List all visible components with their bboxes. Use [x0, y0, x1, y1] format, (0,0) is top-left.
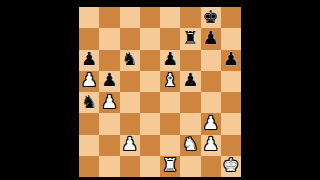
square-h4[interactable] — [221, 92, 241, 113]
square-c4[interactable] — [120, 92, 140, 113]
square-f7[interactable]: ♜ — [180, 28, 200, 49]
chess-board: ♚♜♟♟♞♟♟♟♟♝♟♞♟♟♟♞♟♜♚ — [79, 7, 241, 177]
square-e8[interactable] — [160, 7, 180, 28]
black-pawn-piece: ♟ — [162, 50, 178, 68]
square-b7[interactable] — [99, 28, 119, 49]
square-a7[interactable] — [79, 28, 99, 49]
white-pawn-piece: ♟ — [81, 71, 97, 89]
square-d2[interactable] — [140, 135, 160, 156]
square-h6[interactable]: ♟ — [221, 50, 241, 71]
square-f8[interactable] — [180, 7, 200, 28]
square-d8[interactable] — [140, 7, 160, 28]
white-pawn-piece: ♟ — [122, 135, 138, 153]
square-g1[interactable] — [201, 156, 221, 177]
square-e1[interactable]: ♜ — [160, 156, 180, 177]
square-g8[interactable]: ♚ — [201, 7, 221, 28]
square-h7[interactable] — [221, 28, 241, 49]
square-g3[interactable]: ♟ — [201, 113, 221, 134]
letterbox-left-bar — [0, 0, 79, 180]
square-e2[interactable] — [160, 135, 180, 156]
square-b6[interactable] — [99, 50, 119, 71]
square-f1[interactable] — [180, 156, 200, 177]
square-f6[interactable] — [180, 50, 200, 71]
square-c8[interactable] — [120, 7, 140, 28]
letterbox-right-bar — [241, 0, 320, 180]
square-d1[interactable] — [140, 156, 160, 177]
square-a5[interactable]: ♟ — [79, 71, 99, 92]
white-pawn-piece: ♟ — [203, 135, 219, 153]
black-pawn-piece: ♟ — [101, 71, 117, 89]
square-a8[interactable] — [79, 7, 99, 28]
square-a2[interactable] — [79, 135, 99, 156]
square-b3[interactable] — [99, 113, 119, 134]
square-g6[interactable] — [201, 50, 221, 71]
square-g4[interactable] — [201, 92, 221, 113]
white-pawn-piece: ♟ — [101, 93, 117, 111]
square-h2[interactable] — [221, 135, 241, 156]
white-king-piece: ♚ — [223, 156, 239, 174]
black-pawn-piece: ♟ — [81, 50, 97, 68]
square-d6[interactable] — [140, 50, 160, 71]
square-b4[interactable]: ♟ — [99, 92, 119, 113]
square-h5[interactable] — [221, 71, 241, 92]
black-pawn-piece: ♟ — [182, 71, 198, 89]
square-c1[interactable] — [120, 156, 140, 177]
video-frame: ♚♜♟♟♞♟♟♟♟♝♟♞♟♟♟♞♟♜♚ — [0, 0, 320, 180]
black-pawn-piece: ♟ — [223, 50, 239, 68]
square-b2[interactable] — [99, 135, 119, 156]
square-d4[interactable] — [140, 92, 160, 113]
square-c3[interactable] — [120, 113, 140, 134]
square-g2[interactable]: ♟ — [201, 135, 221, 156]
square-f4[interactable] — [180, 92, 200, 113]
square-b5[interactable]: ♟ — [99, 71, 119, 92]
square-e3[interactable] — [160, 113, 180, 134]
square-c2[interactable]: ♟ — [120, 135, 140, 156]
square-e6[interactable]: ♟ — [160, 50, 180, 71]
white-knight-piece: ♞ — [182, 135, 198, 153]
square-a6[interactable]: ♟ — [79, 50, 99, 71]
square-a1[interactable] — [79, 156, 99, 177]
black-king-piece: ♚ — [203, 8, 219, 26]
square-b1[interactable] — [99, 156, 119, 177]
black-knight-piece: ♞ — [81, 93, 97, 111]
square-a3[interactable] — [79, 113, 99, 134]
square-e5[interactable]: ♝ — [160, 71, 180, 92]
square-c5[interactable] — [120, 71, 140, 92]
black-pawn-piece: ♟ — [203, 29, 219, 47]
square-f2[interactable]: ♞ — [180, 135, 200, 156]
square-a4[interactable]: ♞ — [79, 92, 99, 113]
square-c6[interactable]: ♞ — [120, 50, 140, 71]
black-knight-piece: ♞ — [122, 50, 138, 68]
square-h8[interactable] — [221, 7, 241, 28]
square-e7[interactable] — [160, 28, 180, 49]
white-pawn-piece: ♟ — [203, 114, 219, 132]
square-h3[interactable] — [221, 113, 241, 134]
square-d5[interactable] — [140, 71, 160, 92]
square-h1[interactable]: ♚ — [221, 156, 241, 177]
square-d3[interactable] — [140, 113, 160, 134]
square-g5[interactable] — [201, 71, 221, 92]
black-rook-piece: ♜ — [182, 29, 198, 47]
square-d7[interactable] — [140, 28, 160, 49]
square-f5[interactable]: ♟ — [180, 71, 200, 92]
square-e4[interactable] — [160, 92, 180, 113]
white-rook-piece: ♜ — [162, 156, 178, 174]
square-g7[interactable]: ♟ — [201, 28, 221, 49]
square-f3[interactable] — [180, 113, 200, 134]
square-b8[interactable] — [99, 7, 119, 28]
white-bishop-piece: ♝ — [162, 71, 178, 89]
square-c7[interactable] — [120, 28, 140, 49]
